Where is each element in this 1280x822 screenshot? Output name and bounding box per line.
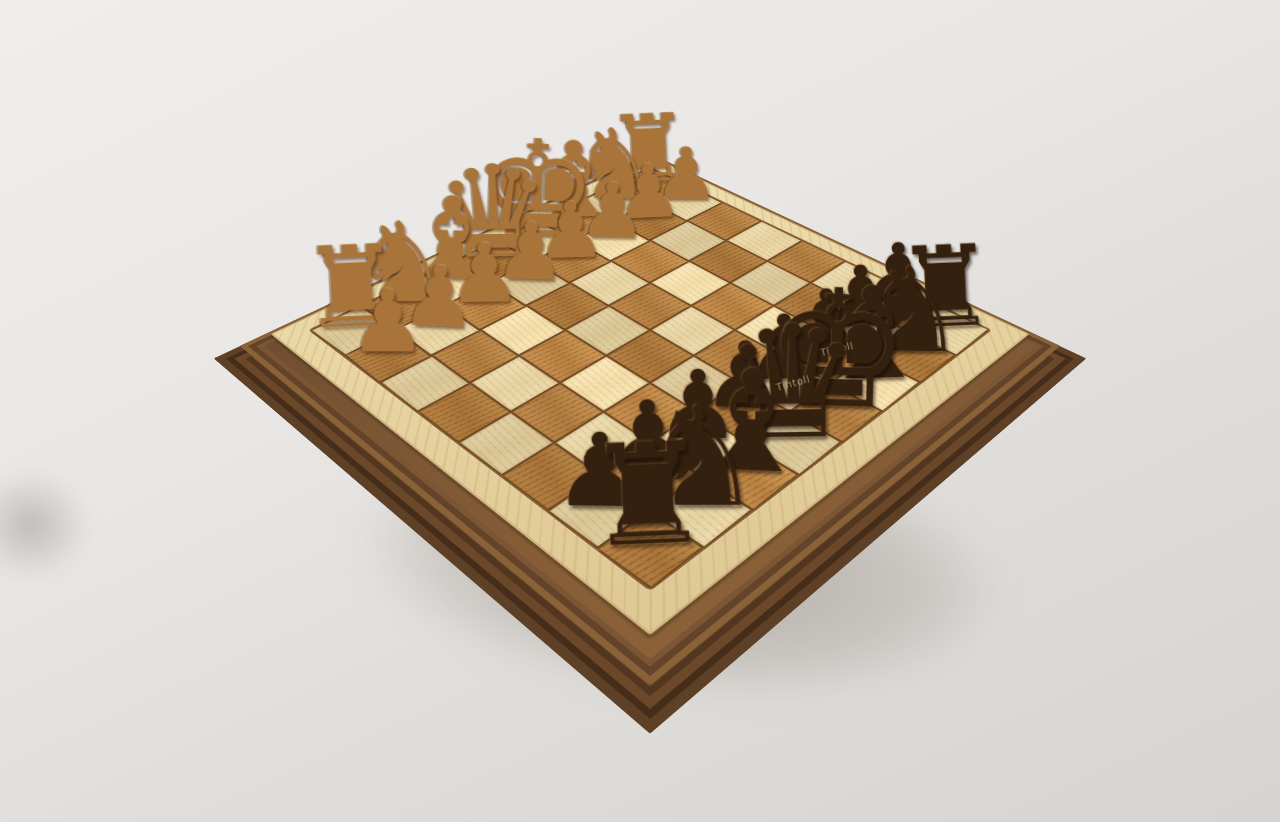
dark-piece-glyph: ♜ <box>582 426 713 564</box>
dark-rook: ♜ <box>582 426 713 564</box>
photo-backdrop: ♜♟♟♜♞♟♟♞♝♟♟♝♚♟♟♚Tintoll♛♟♟♛Tintoll♝♟♟♝♞♟… <box>0 0 1280 822</box>
light-piece-glyph: ♟ <box>349 281 427 363</box>
wall-smudge-shadow <box>0 470 90 580</box>
light-pawn: ♟ <box>349 281 427 363</box>
